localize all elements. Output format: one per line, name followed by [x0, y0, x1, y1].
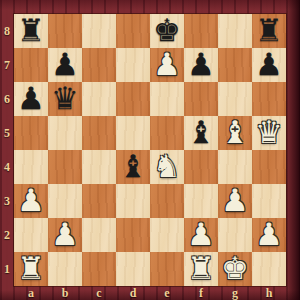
- black-queen[interactable]: ♛: [51, 81, 79, 115]
- rank-label-6: 6: [0, 82, 14, 116]
- white-pawn[interactable]: ♟: [255, 217, 283, 251]
- white-pawn[interactable]: ♟: [187, 217, 215, 251]
- black-pawn[interactable]: ♟: [187, 47, 215, 81]
- square-g6[interactable]: [218, 82, 252, 116]
- rank-label-8: 8: [0, 14, 14, 48]
- square-d7[interactable]: [116, 48, 150, 82]
- square-d3[interactable]: [116, 184, 150, 218]
- square-b6[interactable]: ♛: [48, 82, 82, 116]
- square-a5[interactable]: [14, 116, 48, 150]
- square-e8[interactable]: ♚: [150, 14, 184, 48]
- square-e3[interactable]: [150, 184, 184, 218]
- file-label-c: c: [82, 286, 116, 300]
- square-c2[interactable]: [82, 218, 116, 252]
- square-e2[interactable]: [150, 218, 184, 252]
- black-pawn[interactable]: ♟: [17, 81, 45, 115]
- file-label-a: a: [14, 286, 48, 300]
- square-a6[interactable]: ♟: [14, 82, 48, 116]
- square-g2[interactable]: [218, 218, 252, 252]
- square-g5[interactable]: ♝: [218, 116, 252, 150]
- rank-label-2: 2: [0, 218, 14, 252]
- rank-label-1: 1: [0, 252, 14, 286]
- square-g1[interactable]: ♚: [218, 252, 252, 286]
- square-e5[interactable]: [150, 116, 184, 150]
- white-pawn[interactable]: ♟: [51, 217, 79, 251]
- square-h4[interactable]: [252, 150, 286, 184]
- square-c6[interactable]: [82, 82, 116, 116]
- square-d5[interactable]: [116, 116, 150, 150]
- square-c4[interactable]: [82, 150, 116, 184]
- square-b3[interactable]: [48, 184, 82, 218]
- square-b7[interactable]: ♟: [48, 48, 82, 82]
- white-knight[interactable]: ♞: [153, 149, 181, 183]
- file-label-g: g: [218, 286, 252, 300]
- square-h5[interactable]: ♛: [252, 116, 286, 150]
- black-rook[interactable]: ♜: [255, 13, 283, 47]
- black-rook[interactable]: ♜: [17, 13, 45, 47]
- square-d1[interactable]: [116, 252, 150, 286]
- square-e6[interactable]: [150, 82, 184, 116]
- square-c3[interactable]: [82, 184, 116, 218]
- square-a7[interactable]: [14, 48, 48, 82]
- square-e7[interactable]: ♟: [150, 48, 184, 82]
- square-f1[interactable]: ♜: [184, 252, 218, 286]
- square-g7[interactable]: [218, 48, 252, 82]
- square-h7[interactable]: ♟: [252, 48, 286, 82]
- black-bishop[interactable]: ♝: [187, 115, 215, 149]
- square-c5[interactable]: [82, 116, 116, 150]
- file-label-e: e: [150, 286, 184, 300]
- square-d4[interactable]: ♝: [116, 150, 150, 184]
- black-bishop[interactable]: ♝: [119, 149, 147, 183]
- square-h8[interactable]: ♜: [252, 14, 286, 48]
- rank-label-7: 7: [0, 48, 14, 82]
- square-c8[interactable]: [82, 14, 116, 48]
- white-bishop[interactable]: ♝: [221, 115, 249, 149]
- square-f5[interactable]: ♝: [184, 116, 218, 150]
- square-b1[interactable]: [48, 252, 82, 286]
- square-g8[interactable]: [218, 14, 252, 48]
- white-pawn[interactable]: ♟: [17, 183, 45, 217]
- square-b5[interactable]: [48, 116, 82, 150]
- black-pawn[interactable]: ♟: [255, 47, 283, 81]
- white-pawn[interactable]: ♟: [153, 47, 181, 81]
- rank-labels: 8 7 6 5 4 3 2 1: [0, 14, 14, 286]
- black-pawn[interactable]: ♟: [51, 47, 79, 81]
- chess-diagram: ♜♚♜♟♟♟♟♟♛♝♝♛♝♞♟♟♟♟♟♜♜♚ 8 7 6 5 4 3 2 1 a…: [0, 0, 300, 300]
- square-g4[interactable]: [218, 150, 252, 184]
- white-queen[interactable]: ♛: [255, 115, 283, 149]
- file-label-b: b: [48, 286, 82, 300]
- square-h2[interactable]: ♟: [252, 218, 286, 252]
- square-a4[interactable]: [14, 150, 48, 184]
- file-label-d: d: [116, 286, 150, 300]
- square-a3[interactable]: ♟: [14, 184, 48, 218]
- square-f4[interactable]: [184, 150, 218, 184]
- square-f8[interactable]: [184, 14, 218, 48]
- square-d8[interactable]: [116, 14, 150, 48]
- rank-label-5: 5: [0, 116, 14, 150]
- square-a2[interactable]: [14, 218, 48, 252]
- square-f2[interactable]: ♟: [184, 218, 218, 252]
- square-a1[interactable]: ♜: [14, 252, 48, 286]
- file-label-f: f: [184, 286, 218, 300]
- black-king[interactable]: ♚: [153, 13, 181, 47]
- square-e1[interactable]: [150, 252, 184, 286]
- square-h6[interactable]: [252, 82, 286, 116]
- white-rook[interactable]: ♜: [17, 251, 45, 285]
- square-a8[interactable]: ♜: [14, 14, 48, 48]
- file-label-h: h: [252, 286, 286, 300]
- square-c7[interactable]: [82, 48, 116, 82]
- square-f3[interactable]: [184, 184, 218, 218]
- rank-label-4: 4: [0, 150, 14, 184]
- square-d2[interactable]: [116, 218, 150, 252]
- white-pawn[interactable]: ♟: [221, 183, 249, 217]
- square-b4[interactable]: [48, 150, 82, 184]
- square-g3[interactable]: ♟: [218, 184, 252, 218]
- square-b2[interactable]: ♟: [48, 218, 82, 252]
- square-e4[interactable]: ♞: [150, 150, 184, 184]
- square-f6[interactable]: [184, 82, 218, 116]
- file-labels: a b c d e f g h: [14, 286, 286, 300]
- square-f7[interactable]: ♟: [184, 48, 218, 82]
- square-h1[interactable]: [252, 252, 286, 286]
- rank-label-3: 3: [0, 184, 14, 218]
- square-d6[interactable]: [116, 82, 150, 116]
- white-rook[interactable]: ♜: [187, 251, 215, 285]
- square-c1[interactable]: [82, 252, 116, 286]
- white-king[interactable]: ♚: [221, 251, 249, 285]
- chess-board: ♜♚♜♟♟♟♟♟♛♝♝♛♝♞♟♟♟♟♟♜♜♚: [14, 14, 286, 286]
- square-h3[interactable]: [252, 184, 286, 218]
- square-b8[interactable]: [48, 14, 82, 48]
